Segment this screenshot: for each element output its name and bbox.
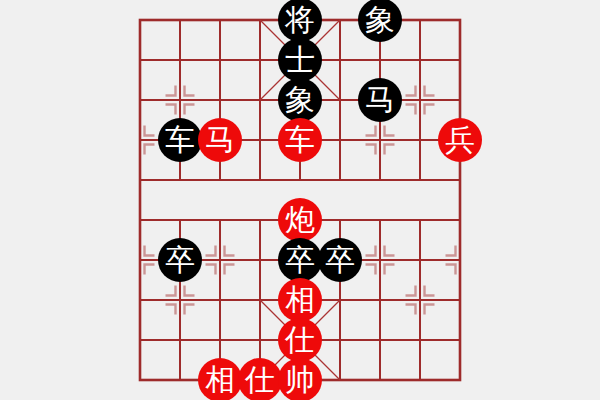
piece-red-advisor[interactable]: 仕 (238, 358, 282, 400)
piece-black-pawn[interactable]: 卒 (278, 238, 322, 282)
piece-black-pawn[interactable]: 卒 (158, 238, 202, 282)
piece-black-advisor[interactable]: 士 (278, 38, 322, 82)
piece-black-pawn[interactable]: 卒 (318, 238, 362, 282)
piece-red-pawn[interactable]: 兵 (438, 118, 482, 162)
piece-black-chariot[interactable]: 车 (158, 118, 202, 162)
piece-black-horse[interactable]: 马 (358, 78, 402, 122)
piece-red-cannon[interactable]: 炮 (278, 198, 322, 242)
piece-black-general[interactable]: 将 (278, 0, 322, 42)
xiangqi-board: 将象士象马车马车兵炮卒卒卒相仕相仕帅 (0, 0, 600, 400)
pieces-layer: 将象士象马车马车兵炮卒卒卒相仕相仕帅 (120, 0, 480, 400)
piece-red-general[interactable]: 帅 (278, 358, 322, 400)
piece-red-chariot[interactable]: 车 (278, 118, 322, 162)
piece-red-horse[interactable]: 马 (198, 118, 242, 162)
piece-red-advisor[interactable]: 仕 (278, 318, 322, 362)
piece-red-elephant[interactable]: 相 (198, 358, 242, 400)
piece-black-elephant[interactable]: 象 (278, 78, 322, 122)
piece-black-elephant[interactable]: 象 (358, 0, 402, 42)
piece-red-elephant[interactable]: 相 (278, 278, 322, 322)
